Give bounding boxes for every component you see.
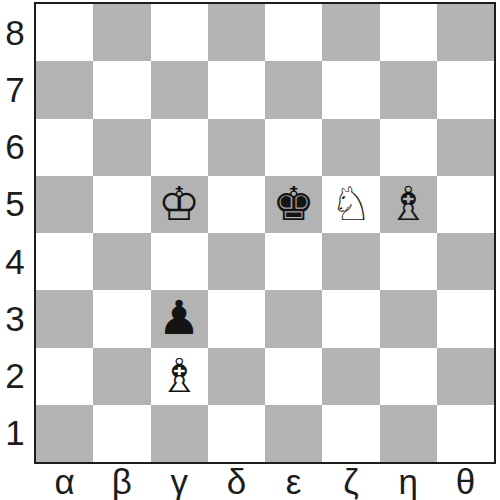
file-label-θ: θ [437,462,494,500]
square-η8[interactable] [380,4,437,61]
rank-label-2: 2 [0,348,30,405]
square-β6[interactable] [93,119,150,176]
file-label-η: η [380,462,437,500]
square-α3[interactable] [36,290,93,347]
square-α7[interactable] [36,61,93,118]
square-δ1[interactable] [208,405,265,462]
black-pawn: ♟ [158,290,200,346]
square-β4[interactable] [93,233,150,290]
square-θ1[interactable] [437,405,494,462]
square-ε7[interactable] [265,61,322,118]
rank-label-6: 6 [0,119,30,176]
square-δ2[interactable] [208,348,265,405]
square-δ5[interactable] [208,176,265,233]
file-label-ζ: ζ [322,462,379,500]
square-δ3[interactable] [208,290,265,347]
square-ε4[interactable] [265,233,322,290]
square-ε8[interactable] [265,4,322,61]
square-η6[interactable] [380,119,437,176]
square-θ2[interactable] [437,348,494,405]
square-ε2[interactable] [265,348,322,405]
square-β7[interactable] [93,61,150,118]
square-δ6[interactable] [208,119,265,176]
rank-label-4: 4 [0,233,30,290]
square-γ7[interactable] [151,61,208,118]
square-θ4[interactable] [437,233,494,290]
square-γ8[interactable] [151,4,208,61]
square-ε6[interactable] [265,119,322,176]
square-η4[interactable] [380,233,437,290]
square-β1[interactable] [93,405,150,462]
square-θ3[interactable] [437,290,494,347]
square-η7[interactable] [380,61,437,118]
square-η1[interactable] [380,405,437,462]
chess-diagram: 87654321 ♔♚♘♗♟♗ αβγδεζηθ [0,0,500,500]
rank-label-8: 8 [0,4,30,61]
square-β8[interactable] [93,4,150,61]
rank-label-3: 3 [0,290,30,347]
square-β3[interactable] [93,290,150,347]
square-ζ3[interactable] [322,290,379,347]
file-label-δ: δ [208,462,265,500]
square-θ6[interactable] [437,119,494,176]
square-η2[interactable] [380,348,437,405]
white-king: ♔ [158,176,200,232]
chess-board: ♔♚♘♗♟♗ [36,4,494,462]
square-γ5[interactable]: ♔ [151,176,208,233]
square-δ4[interactable] [208,233,265,290]
square-γ4[interactable] [151,233,208,290]
square-ε1[interactable] [265,405,322,462]
square-γ6[interactable] [151,119,208,176]
square-β2[interactable] [93,348,150,405]
square-β5[interactable] [93,176,150,233]
square-α5[interactable] [36,176,93,233]
rank-label-5: 5 [0,176,30,233]
square-α1[interactable] [36,405,93,462]
square-γ1[interactable] [151,405,208,462]
square-ε5[interactable]: ♚ [265,176,322,233]
square-δ8[interactable] [208,4,265,61]
square-α8[interactable] [36,4,93,61]
square-ζ2[interactable] [322,348,379,405]
file-label-α: α [36,462,93,500]
white-knight: ♘ [330,176,372,232]
square-α4[interactable] [36,233,93,290]
square-η5[interactable]: ♗ [380,176,437,233]
board-frame: ♔♚♘♗♟♗ [34,2,496,464]
square-δ7[interactable] [208,61,265,118]
square-η3[interactable] [380,290,437,347]
file-labels: αβγδεζηθ [36,462,494,500]
square-ζ7[interactable] [322,61,379,118]
square-ζ5[interactable]: ♘ [322,176,379,233]
file-label-ε: ε [265,462,322,500]
square-ζ4[interactable] [322,233,379,290]
square-ζ1[interactable] [322,405,379,462]
square-θ8[interactable] [437,4,494,61]
square-ζ8[interactable] [322,4,379,61]
white-bishop: ♗ [158,348,200,404]
black-king: ♚ [273,176,315,232]
file-label-γ: γ [151,462,208,500]
square-ε3[interactable] [265,290,322,347]
square-θ7[interactable] [437,61,494,118]
rank-labels: 87654321 [0,4,30,462]
square-ζ6[interactable] [322,119,379,176]
file-label-β: β [93,462,150,500]
square-α6[interactable] [36,119,93,176]
white-bishop: ♗ [387,176,429,232]
rank-label-1: 1 [0,405,30,462]
square-α2[interactable] [36,348,93,405]
rank-label-7: 7 [0,61,30,118]
square-γ2[interactable]: ♗ [151,348,208,405]
square-γ3[interactable]: ♟ [151,290,208,347]
square-θ5[interactable] [437,176,494,233]
